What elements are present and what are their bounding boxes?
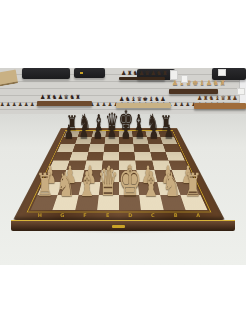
shelf-maple-mid bbox=[116, 103, 171, 108]
square-c5 bbox=[86, 152, 103, 161]
file-label-f: F bbox=[83, 212, 86, 218]
shelf-pieces-maple: ♟♞♝♛♚♝♞♟ bbox=[119, 96, 166, 102]
square-e2 bbox=[119, 182, 139, 195]
price-tag bbox=[181, 75, 188, 83]
square-e7 bbox=[119, 137, 134, 144]
square-d5 bbox=[103, 152, 119, 161]
shelf-pieces-mid: ♟♜♞♟♛♟♞♜ bbox=[121, 70, 168, 76]
square-c4 bbox=[84, 161, 103, 171]
square-c7 bbox=[90, 137, 105, 144]
file-label-c: C bbox=[151, 212, 155, 218]
price-tag bbox=[237, 88, 245, 95]
square-e6 bbox=[119, 144, 134, 152]
file-label-g: G bbox=[60, 212, 64, 218]
square-e3 bbox=[119, 170, 138, 181]
square-e5 bbox=[119, 152, 135, 161]
shelf-orange-right bbox=[194, 103, 246, 109]
square-e1 bbox=[119, 195, 141, 210]
brass-hinge-clasp-icon bbox=[112, 225, 125, 228]
square-c2 bbox=[78, 182, 100, 195]
shelf-mid bbox=[119, 77, 165, 80]
file-label-h: H bbox=[38, 212, 42, 218]
square-e4 bbox=[119, 161, 137, 171]
square-h4 bbox=[168, 161, 189, 171]
square-h3 bbox=[172, 170, 195, 181]
wall-case-left bbox=[22, 68, 70, 79]
square-d7 bbox=[104, 137, 119, 144]
shelf-pieces-orange: ♟♜♞♝♛♜♟ bbox=[197, 95, 238, 101]
square-c1 bbox=[75, 195, 99, 210]
file-label-a: A bbox=[196, 212, 200, 218]
file-label-b: B bbox=[174, 212, 178, 218]
board-squares-grid bbox=[30, 131, 207, 210]
square-h2 bbox=[176, 182, 201, 195]
square-d6 bbox=[104, 144, 119, 152]
square-h6 bbox=[163, 144, 181, 152]
shelf-pieces-left: ♟♜♞♟♛♞♜ bbox=[40, 94, 81, 100]
file-label-e: E bbox=[106, 212, 109, 218]
square-c3 bbox=[81, 170, 101, 181]
price-tag bbox=[218, 69, 226, 76]
square-d4 bbox=[101, 161, 119, 171]
square-d2 bbox=[99, 182, 119, 195]
shelf-walnut-left bbox=[37, 101, 92, 106]
file-label-d: D bbox=[128, 212, 132, 218]
square-h1 bbox=[180, 195, 207, 210]
square-d3 bbox=[100, 170, 119, 181]
square-h7 bbox=[160, 137, 177, 144]
square-h5 bbox=[165, 152, 184, 161]
wall-case-left-2 bbox=[74, 68, 105, 78]
case-latch-icon bbox=[80, 72, 83, 74]
square-c6 bbox=[88, 144, 104, 152]
square-d1 bbox=[97, 195, 119, 210]
product-photo: ♟♟♟♟♟♟♟♟♟♟♟♟♟♟♟♟♟♟♟♟♟♟♟♟♟♟♟♟♟♟♟♟♟♟♟♟♟♟ ♟… bbox=[0, 68, 246, 265]
